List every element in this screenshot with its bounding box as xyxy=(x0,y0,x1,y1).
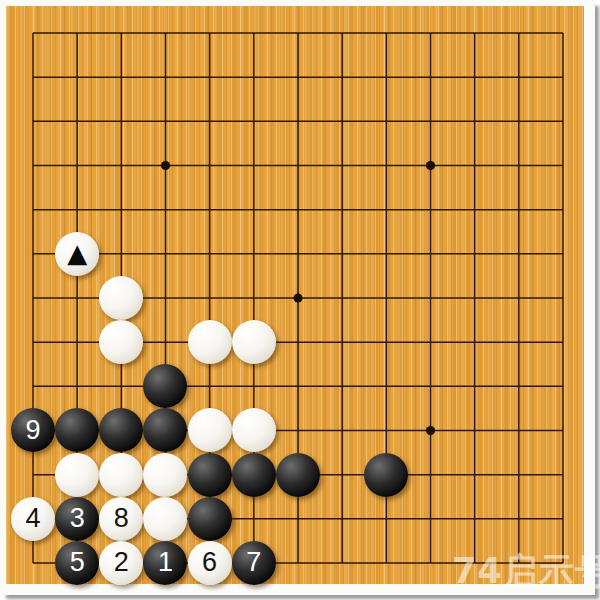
move-number: 7 xyxy=(246,549,261,576)
move-number: 3 xyxy=(70,505,85,532)
stone-white xyxy=(143,497,187,541)
stone-black xyxy=(99,408,143,452)
stone-white-move-8: 8 xyxy=(99,497,143,541)
stone-black-move-7: 7 xyxy=(232,541,276,585)
stone-black xyxy=(143,364,187,408)
stone-black xyxy=(188,497,232,541)
stone-white xyxy=(188,320,232,364)
stone-white xyxy=(232,320,276,364)
stone-white xyxy=(55,453,99,497)
stone-white xyxy=(188,408,232,452)
stone-white xyxy=(143,453,187,497)
stone-black xyxy=(276,453,320,497)
move-number: 2 xyxy=(114,549,129,576)
stone-black-move-5: 5 xyxy=(55,541,99,585)
stone-black xyxy=(188,453,232,497)
move-number: 5 xyxy=(70,549,85,576)
stone-black xyxy=(143,408,187,452)
move-number: 6 xyxy=(202,549,217,576)
stone-black-move-9: 9 xyxy=(11,408,55,452)
stone-black xyxy=(232,453,276,497)
stone-white-marked: ▲ xyxy=(55,232,99,276)
stone-white xyxy=(232,408,276,452)
stone-black-move-1: 1 xyxy=(143,541,187,585)
move-number: 8 xyxy=(114,505,129,532)
stone-white-move-4: 4 xyxy=(11,497,55,541)
stone-white xyxy=(99,276,143,320)
move-number: 1 xyxy=(158,549,173,576)
move-number: 4 xyxy=(25,505,40,532)
stone-white-move-2: 2 xyxy=(99,541,143,585)
stone-black xyxy=(364,453,408,497)
stone-white xyxy=(99,320,143,364)
stones-layer: ▲943852167 xyxy=(11,11,585,585)
board-frame: ▲943852167 74启示号 xyxy=(0,0,595,595)
triangle-mark-icon: ▲ xyxy=(67,240,87,266)
stone-black xyxy=(55,408,99,452)
stone-black-move-3: 3 xyxy=(55,497,99,541)
move-number: 9 xyxy=(25,417,40,444)
stone-white-move-6: 6 xyxy=(188,541,232,585)
watermark-text: 74启示号 xyxy=(452,548,600,595)
stone-white xyxy=(99,453,143,497)
